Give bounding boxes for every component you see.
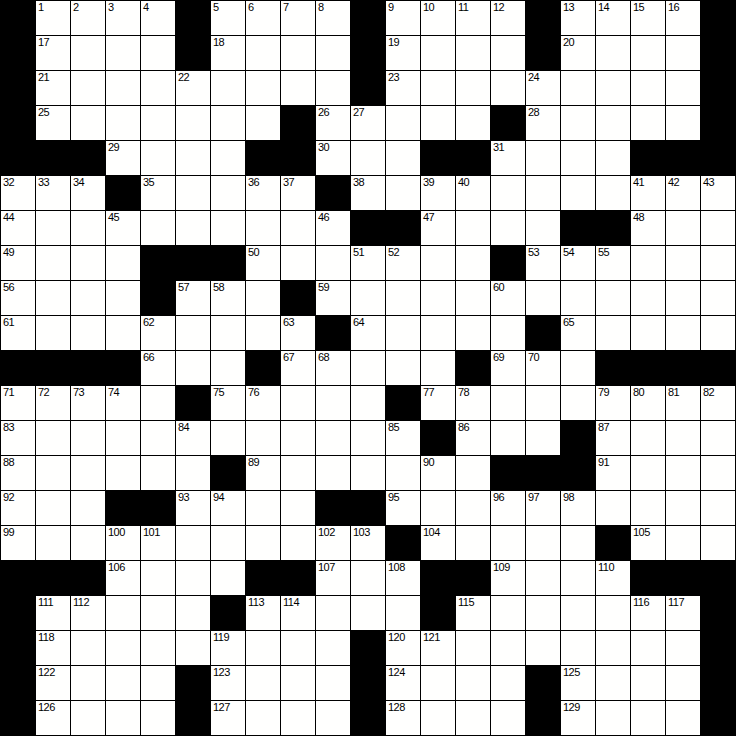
- cell-r8c19[interactable]: [666, 281, 700, 315]
- cell-r16c10[interactable]: [351, 561, 385, 595]
- cell-r15c14[interactable]: [491, 526, 525, 560]
- cell-r4c5[interactable]: [176, 141, 210, 175]
- cell-r18c16[interactable]: [561, 631, 595, 665]
- cell-r12c14[interactable]: [491, 421, 525, 455]
- cell-r16c14[interactable]: 109: [491, 561, 525, 595]
- cell-r15c8[interactable]: [281, 526, 315, 560]
- cell-r1c18[interactable]: [631, 36, 665, 70]
- cell-r20c13[interactable]: [456, 701, 490, 735]
- cell-r18c19[interactable]: [666, 631, 700, 665]
- cell-r9c13[interactable]: [456, 316, 490, 350]
- cell-r16c5[interactable]: [176, 561, 210, 595]
- cell-r12c3[interactable]: [106, 421, 140, 455]
- cell-r14c5[interactable]: 93: [176, 491, 210, 525]
- cell-r14c15[interactable]: 97: [526, 491, 560, 525]
- cell-r11c13[interactable]: 78: [456, 386, 490, 420]
- cell-r9c16[interactable]: 65: [561, 316, 595, 350]
- cell-r7c0[interactable]: 49: [1, 246, 35, 280]
- cell-r17c17[interactable]: [596, 596, 630, 630]
- cell-r12c13[interactable]: 86: [456, 421, 490, 455]
- cell-r14c11[interactable]: 95: [386, 491, 420, 525]
- cell-r2c2[interactable]: [71, 71, 105, 105]
- cell-r1c9[interactable]: [316, 36, 350, 70]
- cell-r1c16[interactable]: 20: [561, 36, 595, 70]
- cell-r8c18[interactable]: [631, 281, 665, 315]
- cell-r13c4[interactable]: [141, 456, 175, 490]
- cell-r17c19[interactable]: 117: [666, 596, 700, 630]
- cell-r19c17[interactable]: [596, 666, 630, 700]
- cell-r9c3[interactable]: [106, 316, 140, 350]
- cell-r0c13[interactable]: 11: [456, 1, 490, 35]
- cell-r16c4[interactable]: [141, 561, 175, 595]
- cell-r12c2[interactable]: [71, 421, 105, 455]
- cell-r8c10[interactable]: [351, 281, 385, 315]
- cell-r10c5[interactable]: [176, 351, 210, 385]
- cell-r3c17[interactable]: [596, 106, 630, 140]
- cell-r6c12[interactable]: 47: [421, 211, 455, 245]
- cell-r8c9[interactable]: 59: [316, 281, 350, 315]
- cell-r2c3[interactable]: [106, 71, 140, 105]
- cell-r8c11[interactable]: [386, 281, 420, 315]
- cell-r14c14[interactable]: 96: [491, 491, 525, 525]
- cell-r19c3[interactable]: [106, 666, 140, 700]
- cell-r17c16[interactable]: [561, 596, 595, 630]
- cell-r11c16[interactable]: [561, 386, 595, 420]
- cell-r0c14[interactable]: 12: [491, 1, 525, 35]
- cell-r12c0[interactable]: 83: [1, 421, 35, 455]
- cell-r4c9[interactable]: 30: [316, 141, 350, 175]
- cell-r19c14[interactable]: [491, 666, 525, 700]
- cell-r10c14[interactable]: 69: [491, 351, 525, 385]
- cell-r14c18[interactable]: [631, 491, 665, 525]
- cell-r5c19[interactable]: 42: [666, 176, 700, 210]
- cell-r7c10[interactable]: 51: [351, 246, 385, 280]
- cell-r6c0[interactable]: 44: [1, 211, 35, 245]
- cell-r11c17[interactable]: 79: [596, 386, 630, 420]
- cell-r18c9[interactable]: [316, 631, 350, 665]
- cell-r19c9[interactable]: [316, 666, 350, 700]
- cell-r5c18[interactable]: 41: [631, 176, 665, 210]
- cell-r9c6[interactable]: [211, 316, 245, 350]
- cell-r19c13[interactable]: [456, 666, 490, 700]
- cell-r2c14[interactable]: [491, 71, 525, 105]
- cell-r13c7[interactable]: 89: [246, 456, 280, 490]
- cell-r10c4[interactable]: 66: [141, 351, 175, 385]
- cell-r2c7[interactable]: [246, 71, 280, 105]
- cell-r14c16[interactable]: 98: [561, 491, 595, 525]
- cell-r4c11[interactable]: [386, 141, 420, 175]
- cell-r9c4[interactable]: 62: [141, 316, 175, 350]
- cell-r2c16[interactable]: [561, 71, 595, 105]
- cell-r5c8[interactable]: 37: [281, 176, 315, 210]
- cell-r8c12[interactable]: [421, 281, 455, 315]
- cell-r3c16[interactable]: [561, 106, 595, 140]
- cell-r17c2[interactable]: 112: [71, 596, 105, 630]
- cell-r17c3[interactable]: [106, 596, 140, 630]
- cell-r18c11[interactable]: 120: [386, 631, 420, 665]
- cell-r19c11[interactable]: 124: [386, 666, 420, 700]
- cell-r9c5[interactable]: [176, 316, 210, 350]
- cell-r15c5[interactable]: [176, 526, 210, 560]
- cell-r20c16[interactable]: 129: [561, 701, 595, 735]
- cell-r8c3[interactable]: [106, 281, 140, 315]
- cell-r13c11[interactable]: [386, 456, 420, 490]
- cell-r1c14[interactable]: [491, 36, 525, 70]
- cell-r7c7[interactable]: 50: [246, 246, 280, 280]
- cell-r8c0[interactable]: 56: [1, 281, 35, 315]
- cell-r6c2[interactable]: [71, 211, 105, 245]
- cell-r3c2[interactable]: [71, 106, 105, 140]
- cell-r2c13[interactable]: [456, 71, 490, 105]
- cell-r7c2[interactable]: [71, 246, 105, 280]
- cell-r1c6[interactable]: 18: [211, 36, 245, 70]
- cell-r15c4[interactable]: 101: [141, 526, 175, 560]
- cell-r7c19[interactable]: [666, 246, 700, 280]
- cell-r5c16[interactable]: [561, 176, 595, 210]
- cell-r17c11[interactable]: [386, 596, 420, 630]
- cell-r6c9[interactable]: 46: [316, 211, 350, 245]
- cell-r15c15[interactable]: [526, 526, 560, 560]
- cell-r0c2[interactable]: 2: [71, 1, 105, 35]
- cell-r19c18[interactable]: [631, 666, 665, 700]
- cell-r6c1[interactable]: [36, 211, 70, 245]
- cell-r18c7[interactable]: [246, 631, 280, 665]
- cell-r13c5[interactable]: [176, 456, 210, 490]
- cell-r2c11[interactable]: 23: [386, 71, 420, 105]
- cell-r11c1[interactable]: 72: [36, 386, 70, 420]
- cell-r11c19[interactable]: 81: [666, 386, 700, 420]
- cell-r11c10[interactable]: [351, 386, 385, 420]
- cell-r1c12[interactable]: [421, 36, 455, 70]
- cell-r8c13[interactable]: [456, 281, 490, 315]
- cell-r0c1[interactable]: 1: [36, 1, 70, 35]
- cell-r3c18[interactable]: [631, 106, 665, 140]
- cell-r1c8[interactable]: [281, 36, 315, 70]
- cell-r20c11[interactable]: 128: [386, 701, 420, 735]
- cell-r17c7[interactable]: 113: [246, 596, 280, 630]
- cell-r13c8[interactable]: [281, 456, 315, 490]
- cell-r11c3[interactable]: 74: [106, 386, 140, 420]
- cell-r7c20[interactable]: [701, 246, 735, 280]
- cell-r14c0[interactable]: 92: [1, 491, 35, 525]
- cell-r4c16[interactable]: [561, 141, 595, 175]
- cell-r9c11[interactable]: [386, 316, 420, 350]
- cell-r11c7[interactable]: 76: [246, 386, 280, 420]
- cell-r9c0[interactable]: 61: [1, 316, 35, 350]
- cell-r12c18[interactable]: [631, 421, 665, 455]
- cell-r6c7[interactable]: [246, 211, 280, 245]
- cell-r4c14[interactable]: 31: [491, 141, 525, 175]
- cell-r12c8[interactable]: [281, 421, 315, 455]
- cell-r17c13[interactable]: 115: [456, 596, 490, 630]
- cell-r12c15[interactable]: [526, 421, 560, 455]
- cell-r13c12[interactable]: 90: [421, 456, 455, 490]
- cell-r9c18[interactable]: [631, 316, 665, 350]
- cell-r6c13[interactable]: [456, 211, 490, 245]
- cell-r8c16[interactable]: [561, 281, 595, 315]
- cell-r11c4[interactable]: [141, 386, 175, 420]
- cell-r5c0[interactable]: 32: [1, 176, 35, 210]
- cell-r6c6[interactable]: [211, 211, 245, 245]
- cell-r8c5[interactable]: 57: [176, 281, 210, 315]
- cell-r1c1[interactable]: 17: [36, 36, 70, 70]
- cell-r5c4[interactable]: 35: [141, 176, 175, 210]
- cell-r11c8[interactable]: [281, 386, 315, 420]
- cell-r20c9[interactable]: [316, 701, 350, 735]
- cell-r12c11[interactable]: 85: [386, 421, 420, 455]
- cell-r15c18[interactable]: 105: [631, 526, 665, 560]
- cell-r12c17[interactable]: 87: [596, 421, 630, 455]
- cell-r20c17[interactable]: [596, 701, 630, 735]
- cell-r1c11[interactable]: 19: [386, 36, 420, 70]
- cell-r12c10[interactable]: [351, 421, 385, 455]
- cell-r12c1[interactable]: [36, 421, 70, 455]
- cell-r13c3[interactable]: [106, 456, 140, 490]
- cell-r9c8[interactable]: 63: [281, 316, 315, 350]
- cell-r8c20[interactable]: [701, 281, 735, 315]
- cell-r0c11[interactable]: 9: [386, 1, 420, 35]
- cell-r6c3[interactable]: 45: [106, 211, 140, 245]
- cell-r6c15[interactable]: [526, 211, 560, 245]
- cell-r12c7[interactable]: [246, 421, 280, 455]
- cell-r19c8[interactable]: [281, 666, 315, 700]
- cell-r11c14[interactable]: [491, 386, 525, 420]
- cell-r3c1[interactable]: 25: [36, 106, 70, 140]
- cell-r20c1[interactable]: 126: [36, 701, 70, 735]
- cell-r19c1[interactable]: 122: [36, 666, 70, 700]
- cell-r17c8[interactable]: 114: [281, 596, 315, 630]
- cell-r18c14[interactable]: [491, 631, 525, 665]
- cell-r16c6[interactable]: [211, 561, 245, 595]
- cell-r2c12[interactable]: [421, 71, 455, 105]
- cell-r8c17[interactable]: [596, 281, 630, 315]
- cell-r0c12[interactable]: 10: [421, 1, 455, 35]
- cell-r13c19[interactable]: [666, 456, 700, 490]
- cell-r4c4[interactable]: [141, 141, 175, 175]
- cell-r15c0[interactable]: 99: [1, 526, 35, 560]
- cell-r3c19[interactable]: [666, 106, 700, 140]
- cell-r8c14[interactable]: 60: [491, 281, 525, 315]
- cell-r11c15[interactable]: [526, 386, 560, 420]
- cell-r3c5[interactable]: [176, 106, 210, 140]
- cell-r2c1[interactable]: 21: [36, 71, 70, 105]
- cell-r6c19[interactable]: [666, 211, 700, 245]
- cell-r1c3[interactable]: [106, 36, 140, 70]
- cell-r15c19[interactable]: [666, 526, 700, 560]
- cell-r9c17[interactable]: [596, 316, 630, 350]
- cell-r11c12[interactable]: 77: [421, 386, 455, 420]
- cell-r19c2[interactable]: [71, 666, 105, 700]
- cell-r0c6[interactable]: 5: [211, 1, 245, 35]
- cell-r11c0[interactable]: 71: [1, 386, 35, 420]
- cell-r20c4[interactable]: [141, 701, 175, 735]
- cell-r15c16[interactable]: [561, 526, 595, 560]
- cell-r3c11[interactable]: [386, 106, 420, 140]
- cell-r0c17[interactable]: 14: [596, 1, 630, 35]
- cell-r11c9[interactable]: [316, 386, 350, 420]
- cell-r15c6[interactable]: [211, 526, 245, 560]
- cell-r3c12[interactable]: [421, 106, 455, 140]
- cell-r11c18[interactable]: 80: [631, 386, 665, 420]
- cell-r10c6[interactable]: [211, 351, 245, 385]
- cell-r10c12[interactable]: [421, 351, 455, 385]
- cell-r20c6[interactable]: 127: [211, 701, 245, 735]
- cell-r16c16[interactable]: [561, 561, 595, 595]
- cell-r20c8[interactable]: [281, 701, 315, 735]
- cell-r7c18[interactable]: [631, 246, 665, 280]
- cell-r13c18[interactable]: [631, 456, 665, 490]
- cell-r1c17[interactable]: [596, 36, 630, 70]
- cell-r18c8[interactable]: [281, 631, 315, 665]
- cell-r14c8[interactable]: [281, 491, 315, 525]
- cell-r18c15[interactable]: [526, 631, 560, 665]
- cell-r9c2[interactable]: [71, 316, 105, 350]
- cell-r1c19[interactable]: [666, 36, 700, 70]
- cell-r17c5[interactable]: [176, 596, 210, 630]
- cell-r8c15[interactable]: [526, 281, 560, 315]
- cell-r5c14[interactable]: [491, 176, 525, 210]
- cell-r14c7[interactable]: [246, 491, 280, 525]
- cell-r20c7[interactable]: [246, 701, 280, 735]
- cell-r5c15[interactable]: [526, 176, 560, 210]
- cell-r19c7[interactable]: [246, 666, 280, 700]
- cell-r19c4[interactable]: [141, 666, 175, 700]
- cell-r14c2[interactable]: [71, 491, 105, 525]
- cell-r15c2[interactable]: [71, 526, 105, 560]
- cell-r7c13[interactable]: [456, 246, 490, 280]
- cell-r13c10[interactable]: [351, 456, 385, 490]
- cell-r19c12[interactable]: [421, 666, 455, 700]
- cell-r16c15[interactable]: [526, 561, 560, 595]
- cell-r3c9[interactable]: 26: [316, 106, 350, 140]
- cell-r5c13[interactable]: 40: [456, 176, 490, 210]
- cell-r18c12[interactable]: 121: [421, 631, 455, 665]
- cell-r13c9[interactable]: [316, 456, 350, 490]
- cell-r2c6[interactable]: [211, 71, 245, 105]
- cell-r0c19[interactable]: 16: [666, 1, 700, 35]
- cell-r20c19[interactable]: [666, 701, 700, 735]
- cell-r4c15[interactable]: [526, 141, 560, 175]
- cell-r18c1[interactable]: 118: [36, 631, 70, 665]
- cell-r8c1[interactable]: [36, 281, 70, 315]
- cell-r3c6[interactable]: [211, 106, 245, 140]
- cell-r11c6[interactable]: 75: [211, 386, 245, 420]
- cell-r6c20[interactable]: [701, 211, 735, 245]
- cell-r13c2[interactable]: [71, 456, 105, 490]
- cell-r5c2[interactable]: 34: [71, 176, 105, 210]
- cell-r20c14[interactable]: [491, 701, 525, 735]
- cell-r14c20[interactable]: [701, 491, 735, 525]
- cell-r9c12[interactable]: [421, 316, 455, 350]
- cell-r7c8[interactable]: [281, 246, 315, 280]
- cell-r9c7[interactable]: [246, 316, 280, 350]
- cell-r14c13[interactable]: [456, 491, 490, 525]
- cell-r13c1[interactable]: [36, 456, 70, 490]
- cell-r7c15[interactable]: 53: [526, 246, 560, 280]
- cell-r3c15[interactable]: 28: [526, 106, 560, 140]
- cell-r4c6[interactable]: [211, 141, 245, 175]
- cell-r10c9[interactable]: 68: [316, 351, 350, 385]
- cell-r0c16[interactable]: 13: [561, 1, 595, 35]
- cell-r10c15[interactable]: 70: [526, 351, 560, 385]
- cell-r15c20[interactable]: [701, 526, 735, 560]
- cell-r17c18[interactable]: 116: [631, 596, 665, 630]
- cell-r13c0[interactable]: 88: [1, 456, 35, 490]
- cell-r16c17[interactable]: 110: [596, 561, 630, 595]
- cell-r16c11[interactable]: 108: [386, 561, 420, 595]
- cell-r4c17[interactable]: [596, 141, 630, 175]
- cell-r19c19[interactable]: [666, 666, 700, 700]
- cell-r1c13[interactable]: [456, 36, 490, 70]
- cell-r13c17[interactable]: 91: [596, 456, 630, 490]
- cell-r5c7[interactable]: 36: [246, 176, 280, 210]
- cell-r14c6[interactable]: 94: [211, 491, 245, 525]
- cell-r0c7[interactable]: 6: [246, 1, 280, 35]
- cell-r17c1[interactable]: 111: [36, 596, 70, 630]
- cell-r20c2[interactable]: [71, 701, 105, 735]
- cell-r7c17[interactable]: 55: [596, 246, 630, 280]
- cell-r15c3[interactable]: 100: [106, 526, 140, 560]
- cell-r18c13[interactable]: [456, 631, 490, 665]
- cell-r12c6[interactable]: [211, 421, 245, 455]
- cell-r17c10[interactable]: [351, 596, 385, 630]
- cell-r7c11[interactable]: 52: [386, 246, 420, 280]
- cell-r5c20[interactable]: 43: [701, 176, 735, 210]
- cell-r11c2[interactable]: 73: [71, 386, 105, 420]
- cell-r20c3[interactable]: [106, 701, 140, 735]
- cell-r13c13[interactable]: [456, 456, 490, 490]
- cell-r3c7[interactable]: [246, 106, 280, 140]
- cell-r5c5[interactable]: [176, 176, 210, 210]
- cell-r10c11[interactable]: [386, 351, 420, 385]
- cell-r3c3[interactable]: [106, 106, 140, 140]
- cell-r8c6[interactable]: 58: [211, 281, 245, 315]
- cell-r7c1[interactable]: [36, 246, 70, 280]
- cell-r15c1[interactable]: [36, 526, 70, 560]
- cell-r9c1[interactable]: [36, 316, 70, 350]
- cell-r18c3[interactable]: [106, 631, 140, 665]
- cell-r9c20[interactable]: [701, 316, 735, 350]
- cell-r8c7[interactable]: [246, 281, 280, 315]
- cell-r2c9[interactable]: [316, 71, 350, 105]
- cell-r18c5[interactable]: [176, 631, 210, 665]
- cell-r0c3[interactable]: 3: [106, 1, 140, 35]
- cell-r9c14[interactable]: [491, 316, 525, 350]
- cell-r17c9[interactable]: [316, 596, 350, 630]
- cell-r15c7[interactable]: [246, 526, 280, 560]
- cell-r2c8[interactable]: [281, 71, 315, 105]
- cell-r2c4[interactable]: [141, 71, 175, 105]
- cell-r14c12[interactable]: [421, 491, 455, 525]
- cell-r14c1[interactable]: [36, 491, 70, 525]
- cell-r14c17[interactable]: [596, 491, 630, 525]
- cell-r20c18[interactable]: [631, 701, 665, 735]
- cell-r18c4[interactable]: [141, 631, 175, 665]
- cell-r3c4[interactable]: [141, 106, 175, 140]
- cell-r12c4[interactable]: [141, 421, 175, 455]
- cell-r6c5[interactable]: [176, 211, 210, 245]
- cell-r12c5[interactable]: 84: [176, 421, 210, 455]
- cell-r6c14[interactable]: [491, 211, 525, 245]
- cell-r5c10[interactable]: 38: [351, 176, 385, 210]
- cell-r17c4[interactable]: [141, 596, 175, 630]
- cell-r1c2[interactable]: [71, 36, 105, 70]
- cell-r17c15[interactable]: [526, 596, 560, 630]
- cell-r0c4[interactable]: 4: [141, 1, 175, 35]
- cell-r15c13[interactable]: [456, 526, 490, 560]
- cell-r5c12[interactable]: 39: [421, 176, 455, 210]
- cell-r16c3[interactable]: 106: [106, 561, 140, 595]
